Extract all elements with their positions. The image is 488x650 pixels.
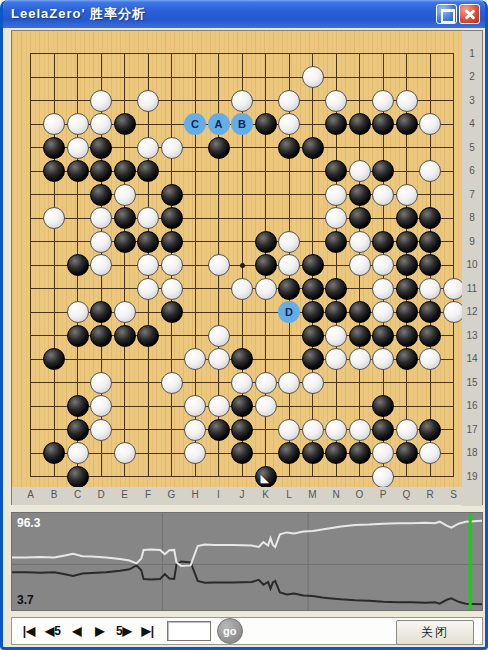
row-label-7: 7 bbox=[462, 189, 482, 200]
white-stone-C18 bbox=[67, 442, 89, 464]
white-winrate-line bbox=[12, 521, 482, 566]
white-stone-K15 bbox=[255, 372, 277, 394]
black-stone-J16 bbox=[231, 395, 253, 417]
white-stone-H18 bbox=[184, 442, 206, 464]
white-stone-O10 bbox=[349, 254, 371, 276]
black-stone-Q14 bbox=[396, 348, 418, 370]
white-stone-L17 bbox=[278, 419, 300, 441]
white-stone-F10 bbox=[137, 254, 159, 276]
variation-marker-D[interactable]: D bbox=[278, 301, 300, 323]
column-label-F: F bbox=[141, 489, 155, 500]
white-stone-L9 bbox=[278, 231, 300, 253]
column-label-C: C bbox=[71, 489, 85, 500]
column-label-S: S bbox=[447, 489, 461, 500]
black-stone-R12 bbox=[419, 301, 441, 323]
first-move-button[interactable]: |◀ bbox=[22, 624, 36, 638]
row-label-15: 15 bbox=[462, 377, 482, 388]
winrate-graph[interactable]: 96.3 3.7 bbox=[11, 512, 483, 611]
black-stone-C17 bbox=[67, 419, 89, 441]
go-button[interactable]: go bbox=[217, 618, 243, 644]
white-stone-K16 bbox=[255, 395, 277, 417]
black-stone-N11 bbox=[325, 278, 347, 300]
black-stone-B14 bbox=[43, 348, 65, 370]
column-label-O: O bbox=[353, 489, 367, 500]
white-stone-C4 bbox=[67, 113, 89, 135]
white-stone-N3 bbox=[325, 90, 347, 112]
column-label-H: H bbox=[188, 489, 202, 500]
white-stone-D4 bbox=[90, 113, 112, 135]
white-stone-G5 bbox=[161, 137, 183, 159]
column-label-B: B bbox=[47, 489, 61, 500]
black-stone-O13 bbox=[349, 325, 371, 347]
black-stone-O8 bbox=[349, 207, 371, 229]
white-stone-R18 bbox=[419, 442, 441, 464]
black-winrate-line bbox=[12, 562, 482, 605]
maximize-button[interactable] bbox=[436, 4, 457, 24]
white-stone-C12 bbox=[67, 301, 89, 323]
back-5-button[interactable]: ◀5 bbox=[45, 624, 61, 638]
white-stone-H14 bbox=[184, 348, 206, 370]
black-stone-F13 bbox=[137, 325, 159, 347]
last-move-marker: ◣ bbox=[261, 473, 269, 484]
black-stone-I5 bbox=[208, 137, 230, 159]
black-stone-D13 bbox=[90, 325, 112, 347]
black-stone-N12 bbox=[325, 301, 347, 323]
black-stone-E9 bbox=[114, 231, 136, 253]
row-label-14: 14 bbox=[462, 353, 482, 364]
column-label-A: A bbox=[24, 489, 38, 500]
white-stone-M2 bbox=[302, 66, 324, 88]
black-stone-M14 bbox=[302, 348, 324, 370]
black-stone-N6 bbox=[325, 160, 347, 182]
black-stone-D7 bbox=[90, 184, 112, 206]
go-board-panel: CABD◣ 12345678910111213141516171819 ABCD… bbox=[11, 30, 483, 505]
row-label-13: 13 bbox=[462, 330, 482, 341]
row-label-10: 10 bbox=[462, 259, 482, 270]
white-stone-P10 bbox=[372, 254, 394, 276]
last-move-button[interactable]: ▶| bbox=[141, 624, 155, 638]
white-stone-I13 bbox=[208, 325, 230, 347]
black-stone-C13 bbox=[67, 325, 89, 347]
black-stone-R9 bbox=[419, 231, 441, 253]
black-stone-L11 bbox=[278, 278, 300, 300]
black-stone-K4 bbox=[255, 113, 277, 135]
go-board[interactable]: CABD◣ bbox=[12, 31, 462, 487]
close-dialog-button[interactable]: 关闭 bbox=[396, 620, 474, 645]
black-stone-C6 bbox=[67, 160, 89, 182]
black-stone-G8 bbox=[161, 207, 183, 229]
row-label-8: 8 bbox=[462, 212, 482, 223]
white-stone-D16 bbox=[90, 395, 112, 417]
white-stone-Q3 bbox=[396, 90, 418, 112]
black-stone-K9 bbox=[255, 231, 277, 253]
white-stone-M17 bbox=[302, 419, 324, 441]
black-stone-D5 bbox=[90, 137, 112, 159]
black-stone-L5 bbox=[278, 137, 300, 159]
black-stone-J14 bbox=[231, 348, 253, 370]
black-stone-B18 bbox=[43, 442, 65, 464]
column-label-P: P bbox=[376, 489, 390, 500]
white-stone-P19 bbox=[372, 466, 394, 488]
white-stone-I16 bbox=[208, 395, 230, 417]
white-stone-O17 bbox=[349, 419, 371, 441]
white-stone-N8 bbox=[325, 207, 347, 229]
black-stone-E6 bbox=[114, 160, 136, 182]
white-stone-J11 bbox=[231, 278, 253, 300]
black-stone-P9 bbox=[372, 231, 394, 253]
white-stone-P18 bbox=[372, 442, 394, 464]
white-stone-N14 bbox=[325, 348, 347, 370]
white-stone-P14 bbox=[372, 348, 394, 370]
black-stone-M5 bbox=[302, 137, 324, 159]
white-stone-D15 bbox=[90, 372, 112, 394]
black-stone-O7 bbox=[349, 184, 371, 206]
black-stone-P6 bbox=[372, 160, 394, 182]
white-stone-F8 bbox=[137, 207, 159, 229]
black-stone-Q8 bbox=[396, 207, 418, 229]
winrate-graph-canvas bbox=[12, 513, 482, 610]
column-label-D: D bbox=[94, 489, 108, 500]
back-1-button[interactable]: ◀ bbox=[70, 624, 84, 638]
window-title: LeelaZero' 胜率分析 bbox=[3, 5, 146, 23]
white-stone-F3 bbox=[137, 90, 159, 112]
white-stone-O14 bbox=[349, 348, 371, 370]
row-label-12: 12 bbox=[462, 306, 482, 317]
black-stone-E13 bbox=[114, 325, 136, 347]
black-stone-Q11 bbox=[396, 278, 418, 300]
close-button[interactable] bbox=[459, 4, 480, 24]
variation-marker-B[interactable]: B bbox=[231, 113, 253, 135]
white-stone-D9 bbox=[90, 231, 112, 253]
white-stone-C5 bbox=[67, 137, 89, 159]
white-stone-J3 bbox=[231, 90, 253, 112]
row-label-16: 16 bbox=[462, 400, 482, 411]
white-stone-M15 bbox=[302, 372, 324, 394]
white-stone-K11 bbox=[255, 278, 277, 300]
white-stone-R6 bbox=[419, 160, 441, 182]
black-stone-C10 bbox=[67, 254, 89, 276]
leelazero-analysis-window: LeelaZero' 胜率分析 CABD◣ 123456789101112131… bbox=[0, 0, 488, 650]
row-label-18: 18 bbox=[462, 447, 482, 458]
black-stone-R13 bbox=[419, 325, 441, 347]
black-stone-M18 bbox=[302, 442, 324, 464]
black-stone-O18 bbox=[349, 442, 371, 464]
black-stone-L18 bbox=[278, 442, 300, 464]
white-stone-L4 bbox=[278, 113, 300, 135]
forward-5-button[interactable]: 5▶ bbox=[116, 624, 132, 638]
black-stone-D6 bbox=[90, 160, 112, 182]
white-stone-N7 bbox=[325, 184, 347, 206]
black-stone-R10 bbox=[419, 254, 441, 276]
black-stone-Q13 bbox=[396, 325, 418, 347]
white-stone-P7 bbox=[372, 184, 394, 206]
white-stone-P11 bbox=[372, 278, 394, 300]
column-label-N: N bbox=[329, 489, 343, 500]
black-stone-M11 bbox=[302, 278, 324, 300]
white-stone-L15 bbox=[278, 372, 300, 394]
white-stone-O9 bbox=[349, 231, 371, 253]
maximize-icon bbox=[441, 9, 455, 23]
black-stone-E4 bbox=[114, 113, 136, 135]
white-stone-I10 bbox=[208, 254, 230, 276]
black-stone-E8 bbox=[114, 207, 136, 229]
white-winrate-value: 96.3 bbox=[17, 516, 40, 530]
variation-marker-A[interactable]: A bbox=[208, 113, 230, 135]
black-stone-Q4 bbox=[396, 113, 418, 135]
column-label-R: R bbox=[423, 489, 437, 500]
row-label-6: 6 bbox=[462, 165, 482, 176]
row-label-5: 5 bbox=[462, 142, 482, 153]
white-stone-I14 bbox=[208, 348, 230, 370]
white-stone-G11 bbox=[161, 278, 183, 300]
white-stone-N13 bbox=[325, 325, 347, 347]
white-stone-R4 bbox=[419, 113, 441, 135]
row-label-19: 19 bbox=[462, 471, 482, 482]
black-stone-J17 bbox=[231, 419, 253, 441]
column-label-I: I bbox=[212, 489, 226, 500]
white-stone-F11 bbox=[137, 278, 159, 300]
black-stone-P16 bbox=[372, 395, 394, 417]
black-stone-B6 bbox=[43, 160, 65, 182]
white-stone-J15 bbox=[231, 372, 253, 394]
white-stone-L10 bbox=[278, 254, 300, 276]
black-stone-J18 bbox=[231, 442, 253, 464]
white-stone-P12 bbox=[372, 301, 394, 323]
white-stone-B8 bbox=[43, 207, 65, 229]
black-stone-G7 bbox=[161, 184, 183, 206]
white-stone-D17 bbox=[90, 419, 112, 441]
white-stone-D8 bbox=[90, 207, 112, 229]
white-stone-H17 bbox=[184, 419, 206, 441]
black-stone-O4 bbox=[349, 113, 371, 135]
forward-1-button[interactable]: ▶ bbox=[93, 624, 107, 638]
column-label-K: K bbox=[259, 489, 273, 500]
move-number-input[interactable] bbox=[167, 621, 211, 641]
white-stone-O6 bbox=[349, 160, 371, 182]
column-coordinates: ABCDEFGHIJKLMNOPQRS bbox=[12, 487, 462, 505]
black-stone-C19 bbox=[67, 466, 89, 488]
white-stone-P3 bbox=[372, 90, 394, 112]
black-stone-N18 bbox=[325, 442, 347, 464]
black-stone-B5 bbox=[43, 137, 65, 159]
white-stone-D10 bbox=[90, 254, 112, 276]
white-stone-F5 bbox=[137, 137, 159, 159]
navigation-bar: |◀ ◀5 ◀ ▶ 5▶ ▶| go 关闭 bbox=[11, 617, 483, 645]
variation-marker-C[interactable]: C bbox=[184, 113, 206, 135]
white-stone-E12 bbox=[114, 301, 136, 323]
column-label-G: G bbox=[165, 489, 179, 500]
black-stone-K10 bbox=[255, 254, 277, 276]
row-label-2: 2 bbox=[462, 71, 482, 82]
white-stone-D3 bbox=[90, 90, 112, 112]
white-stone-B4 bbox=[43, 113, 65, 135]
black-stone-N9 bbox=[325, 231, 347, 253]
black-stone-R17 bbox=[419, 419, 441, 441]
black-stone-O12 bbox=[349, 301, 371, 323]
black-stone-I17 bbox=[208, 419, 230, 441]
black-stone-R8 bbox=[419, 207, 441, 229]
black-stone-M10 bbox=[302, 254, 324, 276]
black-stone-Q12 bbox=[396, 301, 418, 323]
row-label-9: 9 bbox=[462, 236, 482, 247]
black-stone-D12 bbox=[90, 301, 112, 323]
white-stone-E18 bbox=[114, 442, 136, 464]
column-label-E: E bbox=[118, 489, 132, 500]
row-label-1: 1 bbox=[462, 48, 482, 59]
white-stone-Q17 bbox=[396, 419, 418, 441]
black-stone-G9 bbox=[161, 231, 183, 253]
column-label-M: M bbox=[306, 489, 320, 500]
black-stone-Q9 bbox=[396, 231, 418, 253]
black-stone-N4 bbox=[325, 113, 347, 135]
black-stone-P17 bbox=[372, 419, 394, 441]
black-stone-F9 bbox=[137, 231, 159, 253]
row-label-4: 4 bbox=[462, 118, 482, 129]
black-stone-M13 bbox=[302, 325, 324, 347]
row-label-17: 17 bbox=[462, 424, 482, 435]
white-stone-E7 bbox=[114, 184, 136, 206]
title-bar[interactable]: LeelaZero' 胜率分析 bbox=[3, 0, 485, 28]
black-stone-M12 bbox=[302, 301, 324, 323]
black-stone-P13 bbox=[372, 325, 394, 347]
black-winrate-value: 3.7 bbox=[17, 593, 34, 607]
black-stone-G12 bbox=[161, 301, 183, 323]
black-stone-Q18 bbox=[396, 442, 418, 464]
white-stone-G10 bbox=[161, 254, 183, 276]
white-stone-L3 bbox=[278, 90, 300, 112]
black-stone-C16 bbox=[67, 395, 89, 417]
black-stone-P4 bbox=[372, 113, 394, 135]
column-label-L: L bbox=[282, 489, 296, 500]
black-stone-Q10 bbox=[396, 254, 418, 276]
white-stone-R11 bbox=[419, 278, 441, 300]
white-stone-N17 bbox=[325, 419, 347, 441]
white-stone-R14 bbox=[419, 348, 441, 370]
row-label-3: 3 bbox=[462, 95, 482, 106]
white-stone-H16 bbox=[184, 395, 206, 417]
black-stone-F6 bbox=[137, 160, 159, 182]
column-label-Q: Q bbox=[400, 489, 414, 500]
white-stone-G15 bbox=[161, 372, 183, 394]
white-stone-Q7 bbox=[396, 184, 418, 206]
column-label-J: J bbox=[235, 489, 249, 500]
row-label-11: 11 bbox=[462, 283, 482, 294]
star-point bbox=[240, 263, 245, 268]
row-coordinates: 12345678910111213141516171819 bbox=[462, 31, 482, 506]
